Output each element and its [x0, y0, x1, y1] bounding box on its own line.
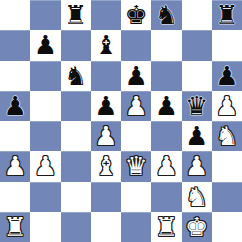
- square-a3[interactable]: ♟: [0, 151, 30, 181]
- square-d2[interactable]: [91, 182, 121, 212]
- square-a7[interactable]: [0, 30, 30, 60]
- square-f8[interactable]: ♞: [151, 0, 181, 30]
- square-h4[interactable]: ♞: [212, 121, 242, 151]
- piece-black-pawn[interactable]: ♟: [185, 121, 208, 151]
- square-b4[interactable]: [30, 121, 60, 151]
- square-d4[interactable]: ♟: [91, 121, 121, 151]
- piece-black-knight[interactable]: ♞: [155, 0, 178, 30]
- square-h3[interactable]: [212, 151, 242, 181]
- square-d6[interactable]: [91, 61, 121, 91]
- square-f2[interactable]: [151, 182, 181, 212]
- square-d8[interactable]: [91, 0, 121, 30]
- piece-white-pawn[interactable]: ♟: [124, 91, 147, 121]
- square-d7[interactable]: ♝: [91, 30, 121, 60]
- square-f1[interactable]: ♜: [151, 212, 181, 242]
- square-c3[interactable]: [61, 151, 91, 181]
- square-h1[interactable]: [212, 212, 242, 242]
- square-g4[interactable]: ♟: [182, 121, 212, 151]
- piece-black-pawn[interactable]: ♟: [94, 91, 117, 121]
- square-f5[interactable]: ♟: [151, 91, 181, 121]
- piece-black-rook[interactable]: ♜: [215, 0, 238, 30]
- square-h2[interactable]: [212, 182, 242, 212]
- square-c1[interactable]: [61, 212, 91, 242]
- piece-black-knight[interactable]: ♞: [64, 61, 87, 91]
- square-a2[interactable]: [0, 182, 30, 212]
- piece-white-pawn[interactable]: ♟: [215, 91, 238, 121]
- square-b2[interactable]: [30, 182, 60, 212]
- piece-black-pawn[interactable]: ♟: [155, 91, 178, 121]
- square-e7[interactable]: [121, 30, 151, 60]
- piece-white-pawn[interactable]: ♟: [94, 121, 117, 151]
- piece-black-queen[interactable]: ♛: [185, 91, 208, 121]
- square-b8[interactable]: [30, 0, 60, 30]
- square-h7[interactable]: [212, 30, 242, 60]
- square-h5[interactable]: ♟: [212, 91, 242, 121]
- square-b3[interactable]: ♟: [30, 151, 60, 181]
- square-b1[interactable]: [30, 212, 60, 242]
- chess-board: ♜♚♞♜♟♝♞♟♟♟♟♟♟♛♟♟♟♞♟♟♝♛♟♟♞♜♜♚: [0, 0, 242, 242]
- square-g1[interactable]: ♚: [182, 212, 212, 242]
- square-e5[interactable]: ♟: [121, 91, 151, 121]
- square-g2[interactable]: ♞: [182, 182, 212, 212]
- square-a1[interactable]: ♜: [0, 212, 30, 242]
- piece-white-king[interactable]: ♚: [185, 212, 208, 242]
- piece-white-pawn[interactable]: ♟: [185, 151, 208, 181]
- square-a4[interactable]: [0, 121, 30, 151]
- piece-black-pawn[interactable]: ♟: [124, 61, 147, 91]
- square-f4[interactable]: [151, 121, 181, 151]
- square-b5[interactable]: [30, 91, 60, 121]
- square-d5[interactable]: ♟: [91, 91, 121, 121]
- piece-black-bishop[interactable]: ♝: [94, 30, 117, 60]
- piece-white-knight[interactable]: ♞: [185, 182, 208, 212]
- square-c6[interactable]: ♞: [61, 61, 91, 91]
- square-g6[interactable]: [182, 61, 212, 91]
- piece-black-pawn[interactable]: ♟: [34, 30, 57, 60]
- square-g5[interactable]: ♛: [182, 91, 212, 121]
- square-a8[interactable]: [0, 0, 30, 30]
- piece-white-pawn[interactable]: ♟: [3, 151, 26, 181]
- square-d1[interactable]: [91, 212, 121, 242]
- square-c8[interactable]: ♜: [61, 0, 91, 30]
- square-b7[interactable]: ♟: [30, 30, 60, 60]
- piece-white-rook[interactable]: ♜: [155, 212, 178, 242]
- square-c5[interactable]: [61, 91, 91, 121]
- piece-black-king[interactable]: ♚: [124, 0, 147, 30]
- piece-white-bishop[interactable]: ♝: [94, 151, 117, 181]
- square-g7[interactable]: [182, 30, 212, 60]
- piece-white-queen[interactable]: ♛: [124, 151, 147, 181]
- square-h8[interactable]: ♜: [212, 0, 242, 30]
- square-a5[interactable]: ♟: [0, 91, 30, 121]
- square-f7[interactable]: [151, 30, 181, 60]
- piece-white-knight[interactable]: ♞: [215, 121, 238, 151]
- square-f3[interactable]: ♟: [151, 151, 181, 181]
- piece-black-pawn[interactable]: ♟: [3, 91, 26, 121]
- piece-white-rook[interactable]: ♜: [3, 212, 26, 242]
- square-a6[interactable]: [0, 61, 30, 91]
- piece-black-rook[interactable]: ♜: [64, 0, 87, 30]
- square-f6[interactable]: [151, 61, 181, 91]
- square-e8[interactable]: ♚: [121, 0, 151, 30]
- square-c4[interactable]: [61, 121, 91, 151]
- square-h6[interactable]: ♟: [212, 61, 242, 91]
- piece-black-pawn[interactable]: ♟: [215, 61, 238, 91]
- square-e4[interactable]: [121, 121, 151, 151]
- square-g3[interactable]: ♟: [182, 151, 212, 181]
- piece-white-pawn[interactable]: ♟: [34, 151, 57, 181]
- piece-white-pawn[interactable]: ♟: [155, 151, 178, 181]
- square-e3[interactable]: ♛: [121, 151, 151, 181]
- square-e2[interactable]: [121, 182, 151, 212]
- square-e1[interactable]: [121, 212, 151, 242]
- square-b6[interactable]: [30, 61, 60, 91]
- square-e6[interactable]: ♟: [121, 61, 151, 91]
- square-c7[interactable]: [61, 30, 91, 60]
- square-d3[interactable]: ♝: [91, 151, 121, 181]
- square-g8[interactable]: [182, 0, 212, 30]
- square-c2[interactable]: [61, 182, 91, 212]
